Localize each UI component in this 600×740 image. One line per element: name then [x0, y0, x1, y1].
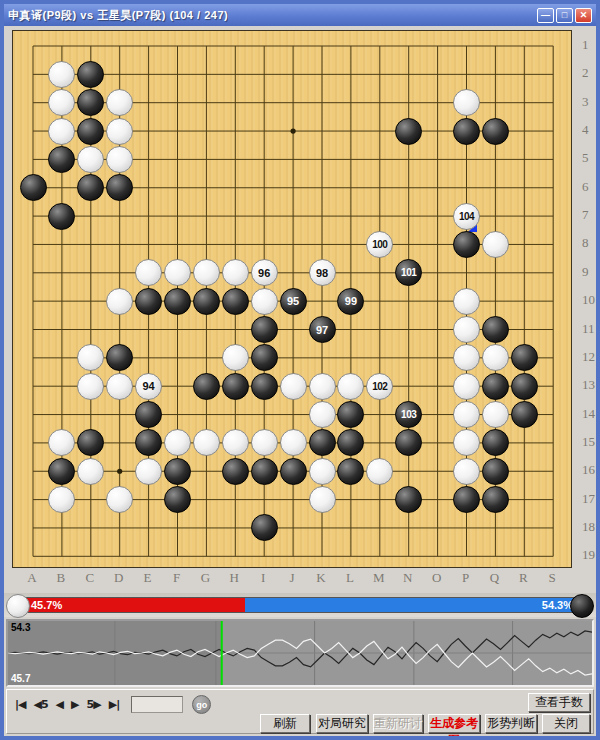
window-content: 104100969810195999794102103 ABCDEFGHIJKL…: [4, 26, 596, 736]
stone-F16[interactable]: [164, 458, 191, 485]
column-label-Q: Q: [490, 570, 499, 586]
stone-E16[interactable]: [135, 458, 162, 485]
row-label-7: 7: [582, 207, 589, 223]
white-winrate-segment: 45.7%: [17, 598, 245, 612]
close-button[interactable]: ✕: [575, 8, 592, 23]
window-controls: — □ ✕: [537, 8, 592, 23]
minimize-button[interactable]: —: [537, 8, 554, 23]
stone-E10[interactable]: [135, 288, 162, 315]
stone-P3[interactable]: [453, 89, 480, 116]
column-label-E: E: [144, 570, 152, 586]
stone-K11[interactable]: 97: [309, 316, 336, 343]
column-label-M: M: [373, 570, 385, 586]
black-winrate-segment: 54.3%: [245, 598, 583, 612]
window-title: 申真谞(P9段) vs 王星昊(P7段) (104 / 247): [8, 8, 228, 23]
column-label-L: L: [346, 570, 354, 586]
graph-white-winrate-label: 45.7: [11, 673, 30, 684]
stone-I15[interactable]: [251, 429, 278, 456]
column-label-F: F: [173, 570, 180, 586]
close-window-button[interactable]: 关闭: [542, 714, 590, 733]
row-label-13: 13: [582, 377, 595, 393]
row-label-9: 9: [582, 264, 589, 280]
winrate-track: 45.7% 54.3%: [16, 597, 584, 613]
stone-I9[interactable]: 96: [251, 259, 278, 286]
stone-I13[interactable]: [251, 373, 278, 400]
stone-Q4[interactable]: [482, 118, 509, 145]
generate-reference-button[interactable]: 生成参考图: [428, 714, 480, 733]
stone-P17[interactable]: [453, 486, 480, 513]
stone-J13[interactable]: [280, 373, 307, 400]
nav-back5-button[interactable]: ◀5: [31, 698, 49, 711]
stone-C13[interactable]: [77, 373, 104, 400]
stone-M13[interactable]: 102: [366, 373, 393, 400]
stone-C16[interactable]: [77, 458, 104, 485]
black-stone-icon: [570, 594, 594, 618]
stone-L10[interactable]: 99: [337, 288, 364, 315]
re-study-button[interactable]: 重新研讨: [373, 714, 423, 733]
stone-P13[interactable]: [453, 373, 480, 400]
row-label-16: 16: [582, 462, 595, 478]
maximize-button[interactable]: □: [556, 8, 573, 23]
stone-D4[interactable]: [106, 118, 133, 145]
stone-P7[interactable]: 104: [453, 203, 480, 230]
white-stone-icon: [6, 594, 30, 618]
stone-B16[interactable]: [48, 458, 75, 485]
stone-D10[interactable]: [106, 288, 133, 315]
row-label-8: 8: [582, 235, 589, 251]
stone-M16[interactable]: [366, 458, 393, 485]
move-navigation: |◀ ◀5 ◀ ▶ 5▶ ▶| go: [13, 695, 211, 714]
stone-L16[interactable]: [337, 458, 364, 485]
stone-I16[interactable]: [251, 458, 278, 485]
column-label-S: S: [549, 570, 556, 586]
refresh-button[interactable]: 刷新: [260, 714, 310, 733]
row-label-12: 12: [582, 349, 595, 365]
stone-K14[interactable]: [309, 401, 336, 428]
stone-B7[interactable]: [48, 203, 75, 230]
stone-J16[interactable]: [280, 458, 307, 485]
stone-H15[interactable]: [222, 429, 249, 456]
stone-I18[interactable]: [251, 514, 278, 541]
nav-forward-button[interactable]: ▶: [69, 698, 80, 711]
row-label-5: 5: [582, 150, 589, 166]
column-label-P: P: [462, 570, 469, 586]
stone-K17[interactable]: [309, 486, 336, 513]
stone-D5[interactable]: [106, 146, 133, 173]
column-label-G: G: [201, 570, 210, 586]
stone-J10[interactable]: 95: [280, 288, 307, 315]
column-label-A: A: [27, 570, 36, 586]
stone-P14[interactable]: [453, 401, 480, 428]
stone-H9[interactable]: [222, 259, 249, 286]
nav-back-button[interactable]: ◀: [54, 698, 65, 711]
row-label-19: 19: [582, 547, 595, 563]
graph-black-winrate-label: 54.3: [11, 622, 30, 633]
stone-C5[interactable]: [77, 146, 104, 173]
view-moves-button[interactable]: 查看手数: [528, 693, 590, 712]
winrate-graph-plot: [8, 621, 592, 685]
stone-D13[interactable]: [106, 373, 133, 400]
stone-Q11[interactable]: [482, 316, 509, 343]
row-label-2: 2: [582, 65, 589, 81]
stone-L13[interactable]: [337, 373, 364, 400]
move-number-input[interactable]: [131, 696, 183, 713]
column-label-I: I: [261, 570, 265, 586]
column-label-J: J: [290, 570, 295, 586]
nav-last-button[interactable]: ▶|: [107, 698, 121, 711]
stone-H10[interactable]: [222, 288, 249, 315]
stone-I10[interactable]: [251, 288, 278, 315]
go-button[interactable]: go: [192, 695, 211, 714]
stone-R13[interactable]: [511, 373, 538, 400]
row-label-14: 14: [582, 406, 595, 422]
column-label-H: H: [230, 570, 239, 586]
stone-P11[interactable]: [453, 316, 480, 343]
row-label-6: 6: [582, 179, 589, 195]
row-label-17: 17: [582, 491, 595, 507]
stone-F10[interactable]: [164, 288, 191, 315]
column-label-B: B: [57, 570, 66, 586]
column-label-R: R: [519, 570, 528, 586]
stone-J15[interactable]: [280, 429, 307, 456]
stone-C4[interactable]: [77, 118, 104, 145]
stone-Q13[interactable]: [482, 373, 509, 400]
nav-forward5-button[interactable]: 5▶: [85, 698, 103, 711]
stone-G9[interactable]: [193, 259, 220, 286]
stone-P10[interactable]: [453, 288, 480, 315]
control-panel: |◀ ◀5 ◀ ▶ 5▶ ▶| go 查看手数 刷新 对局研究 重新研讨 生成参…: [6, 689, 594, 734]
stone-N4[interactable]: [395, 118, 422, 145]
nav-first-button[interactable]: |◀: [13, 698, 27, 711]
stone-H13[interactable]: [222, 373, 249, 400]
stone-Q8[interactable]: [482, 231, 509, 258]
stone-K15[interactable]: [309, 429, 336, 456]
stone-R12[interactable]: [511, 344, 538, 371]
column-label-C: C: [85, 570, 94, 586]
column-label-D: D: [114, 570, 123, 586]
title-bar: 申真谞(P9段) vs 王星昊(P7段) (104 / 247) — □ ✕: [4, 4, 596, 26]
stone-Q14[interactable]: [482, 401, 509, 428]
stone-K16[interactable]: [309, 458, 336, 485]
row-label-10: 10: [582, 292, 595, 308]
stone-A6[interactable]: [20, 174, 47, 201]
row-label-3: 3: [582, 94, 589, 110]
stone-Q17[interactable]: [482, 486, 509, 513]
go-program-window: 申真谞(P9段) vs 王星昊(P7段) (104 / 247) — □ ✕ 1…: [0, 0, 600, 740]
stone-K9[interactable]: 98: [309, 259, 336, 286]
stone-C2[interactable]: [77, 61, 104, 88]
stone-R14[interactable]: [511, 401, 538, 428]
winrate-graph[interactable]: 54.3 45.7: [6, 619, 594, 687]
row-label-18: 18: [582, 519, 595, 535]
stone-I11[interactable]: [251, 316, 278, 343]
stone-H12[interactable]: [222, 344, 249, 371]
winrate-bar: 45.7% 54.3%: [4, 593, 596, 617]
stone-P8[interactable]: [453, 231, 480, 258]
go-board[interactable]: 104100969810195999794102103: [12, 30, 572, 568]
row-label-15: 15: [582, 434, 595, 450]
stone-E13[interactable]: 94: [135, 373, 162, 400]
stone-G10[interactable]: [193, 288, 220, 315]
stone-H16[interactable]: [222, 458, 249, 485]
column-label-K: K: [316, 570, 325, 586]
stone-P4[interactable]: [453, 118, 480, 145]
stone-Q16[interactable]: [482, 458, 509, 485]
row-label-4: 4: [582, 122, 589, 138]
game-research-button[interactable]: 对局研究: [316, 714, 368, 733]
stone-I12[interactable]: [251, 344, 278, 371]
stone-F17[interactable]: [164, 486, 191, 513]
position-judgement-button[interactable]: 形势判断: [485, 714, 537, 733]
stone-E14[interactable]: [135, 401, 162, 428]
column-label-N: N: [403, 570, 412, 586]
row-label-11: 11: [582, 321, 595, 337]
stone-K13[interactable]: [309, 373, 336, 400]
stone-G13[interactable]: [193, 373, 220, 400]
stone-P16[interactable]: [453, 458, 480, 485]
stone-B4[interactable]: [48, 118, 75, 145]
row-label-1: 1: [582, 37, 589, 53]
column-label-O: O: [432, 570, 441, 586]
